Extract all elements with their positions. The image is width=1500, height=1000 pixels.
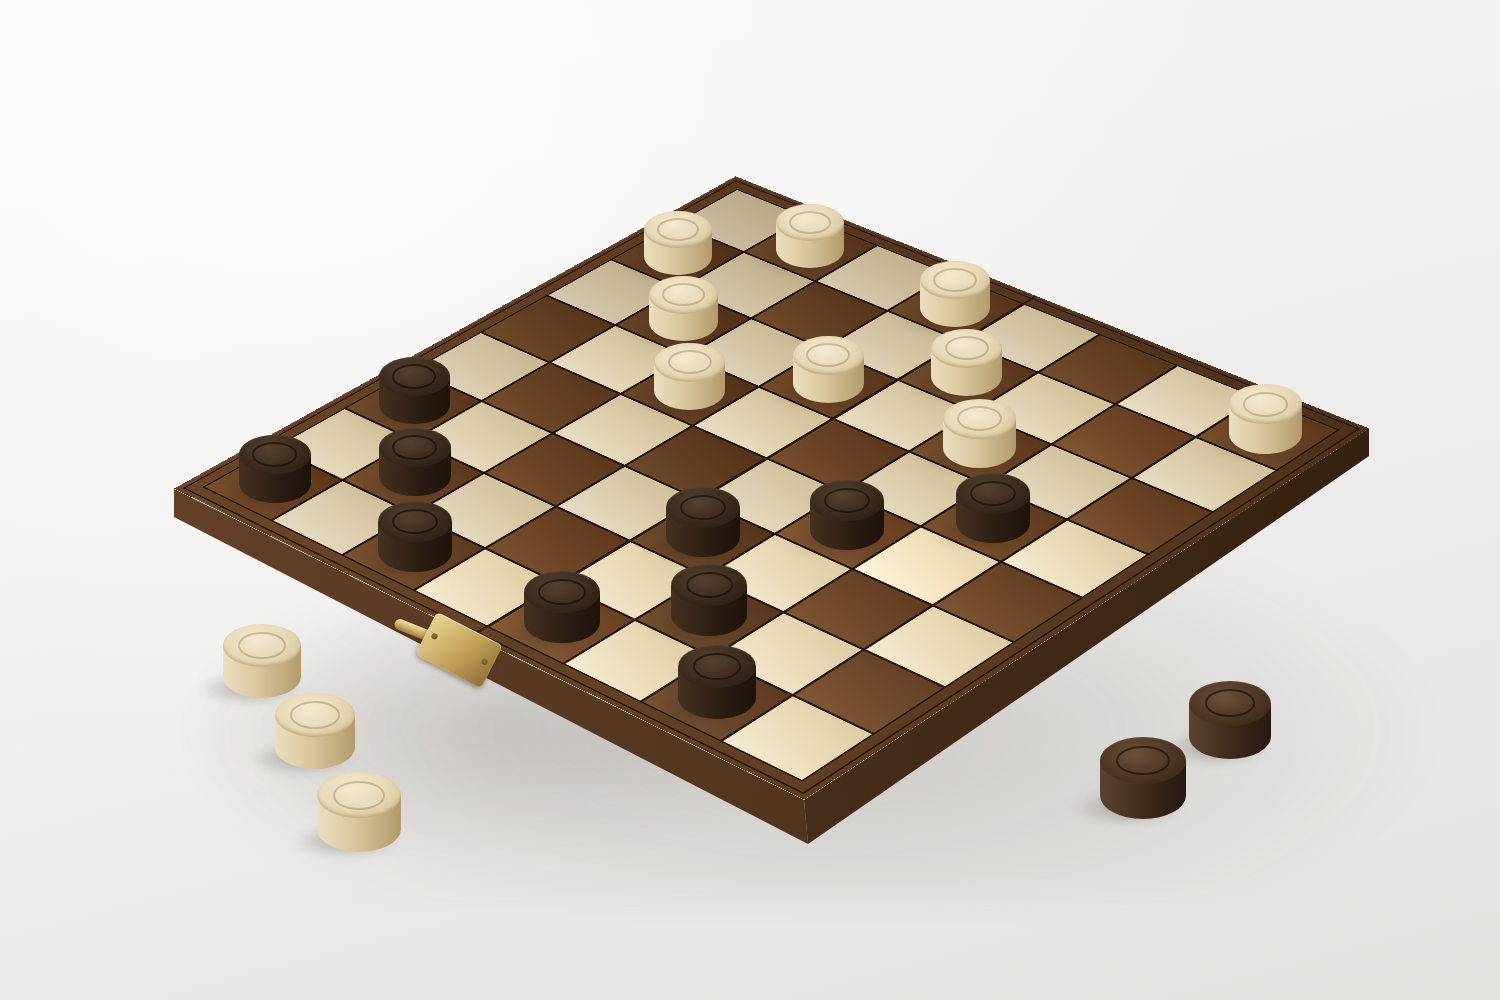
piece-top [239,435,311,475]
piece-top [223,624,301,667]
checker-piece-dark[interactable] [956,473,1030,543]
checker-piece-dark[interactable] [378,501,452,571]
checker-piece-dark[interactable] [379,428,451,496]
piece-top [810,480,884,521]
piece-top [379,428,451,468]
piece-top [793,336,864,375]
checker-piece-light[interactable] [649,276,718,342]
piece-top [524,571,600,613]
checker-piece-dark[interactable] [666,487,740,557]
piece-top [943,399,1016,439]
checker-piece-dark[interactable] [1100,737,1186,819]
checker-piece-light[interactable] [931,329,1002,396]
piece-top [671,564,747,606]
checker-piece-light[interactable] [1229,384,1302,453]
checker-piece-dark[interactable] [524,571,600,643]
piece-top [649,276,718,314]
piece-top [654,343,725,382]
piece-top [776,204,844,241]
checker-piece-light[interactable] [920,261,990,328]
piece-top [1100,737,1186,784]
clasp-plate [415,612,503,688]
piece-top [678,645,756,688]
scene [0,0,1500,1000]
checker-piece-light[interactable] [776,204,844,269]
checker-piece-dark[interactable] [671,564,747,636]
checker-piece-light[interactable] [793,336,864,403]
brass-clasp [388,602,518,698]
checker-piece-light[interactable] [317,772,401,852]
checker-piece-light[interactable] [644,211,712,276]
checker-piece-dark[interactable] [810,480,884,550]
checker-piece-dark[interactable] [379,357,450,424]
piece-top [644,211,712,248]
piece-top [956,473,1030,514]
piece-top [379,357,450,396]
piece-top [931,329,1002,368]
piece-top [275,693,355,737]
pieces-layer [0,0,1500,1000]
checker-piece-dark[interactable] [1189,681,1271,759]
checker-piece-light[interactable] [654,343,725,410]
checker-piece-light[interactable] [223,624,301,698]
piece-top [666,487,740,528]
checker-piece-light[interactable] [943,399,1016,468]
piece-top [920,261,990,300]
checker-piece-light[interactable] [275,693,355,769]
checker-piece-dark[interactable] [678,645,756,719]
piece-top [378,501,452,542]
piece-top [1229,384,1302,424]
checker-piece-dark[interactable] [239,435,311,503]
piece-top [1189,681,1271,726]
